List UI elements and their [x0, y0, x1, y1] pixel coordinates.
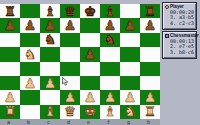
- square-e8[interactable]: ♚: [80, 4, 100, 18]
- black-queen: ♛: [64, 5, 77, 17]
- square-g7[interactable]: ♟: [120, 18, 140, 32]
- square-e5[interactable]: ♟: [80, 47, 100, 61]
- black-pawn: ♟: [104, 19, 117, 31]
- white-rook: ♜: [144, 106, 157, 118]
- square-b2[interactable]: [20, 90, 40, 104]
- black-rook: ♜: [4, 5, 17, 17]
- black-pawn: ♟: [64, 19, 77, 31]
- file-label-f: f: [100, 119, 120, 125]
- square-d8[interactable]: ♛: [60, 4, 80, 18]
- white-pawn: ♟: [104, 91, 117, 103]
- black-pawn: ♟: [144, 19, 157, 31]
- white-pawn: ♟: [44, 77, 57, 89]
- white-rook: ♜: [4, 106, 17, 118]
- file-labels: abcdefgh: [0, 119, 160, 125]
- chessmaster-move-list: 2. e7-e53. b8-c6: [165, 44, 195, 55]
- mouse-cursor: [62, 77, 69, 86]
- square-a4[interactable]: [0, 62, 20, 76]
- square-f2[interactable]: ♟: [100, 90, 120, 104]
- white-pawn: ♟: [84, 91, 97, 103]
- square-c4[interactable]: [40, 62, 60, 76]
- file-label-g: g: [120, 119, 140, 125]
- square-g3[interactable]: [120, 76, 140, 90]
- black-pawn: ♟: [44, 19, 57, 31]
- square-h8[interactable]: ♜: [140, 4, 160, 18]
- player-infobox: Player 00:00:20 3. a3-b54. c2-c3: [162, 2, 197, 30]
- square-e3[interactable]: [80, 76, 100, 90]
- info-panel: Player 00:00:20 3. a3-b54. c2-c3 Chessma…: [160, 0, 200, 125]
- square-b6[interactable]: [20, 33, 40, 47]
- move-entry: 3. b8-c6: [165, 50, 195, 56]
- black-king: ♚: [84, 5, 97, 17]
- square-g8[interactable]: [120, 4, 140, 18]
- square-h6[interactable]: [140, 33, 160, 47]
- white-king: ♚: [84, 106, 97, 118]
- white-knight: ♞: [124, 106, 137, 118]
- square-h7[interactable]: ♟: [140, 18, 160, 32]
- square-d7[interactable]: ♟: [60, 18, 80, 32]
- square-c1[interactable]: ♝: [40, 105, 60, 119]
- square-d5[interactable]: [60, 47, 80, 61]
- square-b3[interactable]: ♟: [20, 76, 40, 90]
- square-b8[interactable]: [20, 4, 40, 18]
- file-label-h: h: [140, 119, 160, 125]
- square-e4[interactable]: [80, 62, 100, 76]
- black-pawn: ♟: [124, 19, 137, 31]
- black-pawn: ♟: [4, 19, 17, 31]
- file-label-d: d: [60, 119, 80, 125]
- square-a1[interactable]: ♜: [0, 105, 20, 119]
- file-label-e: e: [80, 119, 100, 125]
- square-d1[interactable]: ♛: [60, 105, 80, 119]
- square-h3[interactable]: [140, 76, 160, 90]
- square-c8[interactable]: ♝: [40, 4, 60, 18]
- square-f6[interactable]: ♞: [100, 33, 120, 47]
- square-f4[interactable]: [100, 62, 120, 76]
- black-pawn: ♟: [84, 48, 97, 60]
- square-f5[interactable]: [100, 47, 120, 61]
- square-d6[interactable]: [60, 33, 80, 47]
- black-bishop: ♝: [44, 5, 57, 17]
- square-b1[interactable]: [20, 105, 40, 119]
- square-e1[interactable]: ♚: [80, 105, 100, 119]
- chess-board[interactable]: ♜♝♛♚♝♜♟♟♟♟♟♟♟♞♞♞♟♟♟♟♟♟♟♟♟♜♝♛♚♝♞♜: [0, 4, 160, 119]
- black-pawn: ♟: [24, 19, 37, 31]
- square-g2[interactable]: ♟: [120, 90, 140, 104]
- file-label-a: a: [0, 119, 20, 125]
- square-f1[interactable]: ♝: [100, 105, 120, 119]
- square-b4[interactable]: [20, 62, 40, 76]
- white-bishop: ♝: [44, 106, 57, 118]
- square-a3[interactable]: [0, 76, 20, 90]
- square-h5[interactable]: [140, 47, 160, 61]
- file-label-c: c: [40, 119, 60, 125]
- move-entry: 4. c2-c3: [165, 21, 195, 27]
- square-d2[interactable]: ♟: [60, 90, 80, 104]
- square-c3[interactable]: ♟: [40, 76, 60, 90]
- square-e6[interactable]: [80, 33, 100, 47]
- black-knight: ♞: [44, 34, 57, 46]
- square-h4[interactable]: [140, 62, 160, 76]
- black-knight: ♞: [104, 34, 117, 46]
- white-bishop: ♝: [104, 106, 117, 118]
- square-g1[interactable]: ♞: [120, 105, 140, 119]
- square-c2[interactable]: [40, 90, 60, 104]
- square-f8[interactable]: ♝: [100, 4, 120, 18]
- square-c7[interactable]: ♟: [40, 18, 60, 32]
- white-pawn: ♟: [4, 91, 17, 103]
- square-a8[interactable]: ♜: [0, 4, 20, 18]
- black-bishop: ♝: [104, 5, 117, 17]
- file-label-b: b: [20, 119, 40, 125]
- square-a7[interactable]: ♟: [0, 18, 20, 32]
- white-pawn: ♟: [144, 91, 157, 103]
- square-c6[interactable]: ♞: [40, 33, 60, 47]
- square-h1[interactable]: ♜: [140, 105, 160, 119]
- square-a2[interactable]: ♟: [0, 90, 20, 104]
- square-a6[interactable]: [0, 33, 20, 47]
- square-e7[interactable]: [80, 18, 100, 32]
- chessmaster-infobox: Chessmaster 00:00:13 2. e7-e53. b8-c6: [162, 31, 197, 59]
- clock-icon: [165, 5, 169, 9]
- square-f7[interactable]: ♟: [100, 18, 120, 32]
- square-g5[interactable]: [120, 47, 140, 61]
- square-g6[interactable]: [120, 33, 140, 47]
- black-rook: ♜: [144, 5, 157, 17]
- square-c5[interactable]: [40, 47, 60, 61]
- square-h2[interactable]: ♟: [140, 90, 160, 104]
- player-move-list: 3. a3-b54. c2-c3: [165, 15, 195, 26]
- square-f3[interactable]: [100, 76, 120, 90]
- computer-icon: [165, 34, 169, 38]
- square-e2[interactable]: ♟: [80, 90, 100, 104]
- square-b7[interactable]: ♟: [20, 18, 40, 32]
- square-a5[interactable]: [0, 47, 20, 61]
- square-b5[interactable]: ♞: [20, 47, 40, 61]
- white-pawn: ♟: [124, 91, 137, 103]
- square-d4[interactable]: [60, 62, 80, 76]
- white-queen: ♛: [64, 106, 77, 118]
- white-pawn: ♟: [64, 91, 77, 103]
- white-knight: ♞: [24, 48, 37, 60]
- square-g4[interactable]: [120, 62, 140, 76]
- white-pawn: ♟: [24, 77, 37, 89]
